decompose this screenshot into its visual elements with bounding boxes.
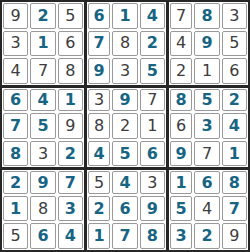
sudoku-cell[interactable]: 1: [2, 195, 29, 223]
cell-frame: 5: [222, 31, 247, 57]
cell-digit: 9: [201, 35, 212, 51]
sudoku-cell[interactable]: 5: [139, 57, 166, 85]
cell-digit: 3: [94, 92, 104, 108]
sudoku-cell[interactable]: 6: [84, 2, 111, 30]
sudoku-cell[interactable]: 4: [2, 57, 29, 85]
sudoku-cell[interactable]: 4: [29, 85, 56, 113]
cell-digit: 5: [119, 146, 130, 162]
cell-frame: 5: [88, 171, 110, 194]
cell-digit: 2: [201, 228, 212, 244]
cell-digit: 3: [38, 146, 48, 162]
cell-frame: 3: [112, 58, 137, 84]
cell-digit: 1: [229, 146, 240, 162]
cell-digit: 4: [65, 228, 76, 244]
cell-frame: 3: [30, 141, 55, 167]
cell-digit: 6: [201, 175, 212, 191]
cell-digit: 5: [201, 92, 212, 108]
cell-frame: 9: [3, 3, 28, 29]
sudoku-cell[interactable]: 7: [193, 140, 220, 168]
cell-frame: 4: [140, 3, 165, 29]
sudoku-cell[interactable]: 1: [193, 57, 220, 85]
sudoku-board: 9256147833167824954789352166413978527598…: [0, 0, 250, 252]
cell-frame: 3: [222, 3, 247, 29]
sudoku-cell[interactable]: 2: [139, 30, 166, 58]
cell-digit: 5: [176, 201, 187, 217]
cell-frame: 6: [222, 58, 247, 84]
cell-frame: 1: [112, 3, 137, 29]
cell-digit: 6: [229, 63, 239, 79]
cell-frame: 4: [3, 58, 28, 84]
cell-digit: 8: [94, 118, 104, 134]
sudoku-cell[interactable]: 4: [139, 2, 166, 30]
cell-frame: 6: [30, 223, 55, 249]
cell-digit: 3: [11, 35, 21, 51]
cell-digit: 4: [11, 63, 21, 79]
sudoku-cell[interactable]: 9: [111, 85, 138, 113]
cell-frame: 7: [170, 3, 192, 29]
sudoku-cell[interactable]: 2: [57, 140, 84, 168]
cell-frame: 1: [140, 113, 165, 139]
cell-digit: 2: [176, 63, 186, 79]
cell-frame: 8: [3, 141, 28, 167]
cell-frame: 6: [170, 113, 192, 139]
cell-frame: 1: [222, 141, 247, 167]
cell-frame: 5: [58, 3, 83, 29]
cell-digit: 6: [37, 228, 48, 244]
sudoku-cell[interactable]: 3: [57, 195, 84, 223]
cell-digit: 4: [94, 146, 105, 162]
cell-digit: 7: [147, 92, 157, 108]
cell-digit: 1: [94, 228, 105, 244]
cell-digit: 7: [202, 146, 212, 162]
cell-frame: 6: [112, 196, 137, 222]
sudoku-cell[interactable]: 9: [2, 2, 29, 30]
cell-frame: 3: [88, 89, 110, 112]
cell-frame: 4: [30, 89, 55, 112]
sudoku-cell[interactable]: 7: [111, 222, 138, 250]
sudoku-cell[interactable]: 7: [166, 2, 193, 30]
sudoku-cell[interactable]: 2: [221, 85, 248, 113]
sudoku-cell[interactable]: 8: [2, 140, 29, 168]
cell-frame: 7: [58, 171, 83, 194]
sudoku-cell[interactable]: 6: [193, 167, 220, 195]
cell-frame: 1: [170, 171, 192, 194]
cell-digit: 2: [10, 175, 21, 191]
cell-frame: 4: [194, 196, 219, 222]
cell-frame: 4: [112, 171, 137, 194]
sudoku-cell[interactable]: 3: [2, 30, 29, 58]
sudoku-cell[interactable]: 6: [221, 57, 248, 85]
cell-digit: 4: [147, 8, 158, 24]
cell-frame: 6: [140, 141, 165, 167]
sudoku-cell[interactable]: 7: [139, 85, 166, 113]
cell-frame: 7: [30, 58, 55, 84]
sudoku-cell[interactable]: 4: [111, 167, 138, 195]
cell-digit: 5: [37, 118, 48, 134]
cell-frame: 2: [30, 3, 55, 29]
cell-digit: 9: [147, 201, 158, 217]
cell-frame: 2: [88, 196, 110, 222]
cell-frame: 3: [3, 31, 28, 57]
cell-frame: 8: [30, 196, 55, 222]
cell-digit: 4: [119, 175, 130, 191]
sudoku-cell[interactable]: 7: [221, 195, 248, 223]
cell-digit: 5: [94, 175, 104, 191]
sudoku-cell[interactable]: 2: [84, 195, 111, 223]
cell-digit: 9: [119, 92, 130, 108]
sudoku-cell[interactable]: 5: [84, 167, 111, 195]
sudoku-cell[interactable]: 5: [57, 2, 84, 30]
sudoku-cell[interactable]: 7: [84, 30, 111, 58]
sudoku-cell[interactable]: 5: [29, 112, 56, 140]
cell-digit: 8: [176, 92, 187, 108]
sudoku-cell[interactable]: 3: [29, 140, 56, 168]
cell-digit: 8: [120, 35, 130, 51]
cell-digit: 3: [65, 201, 76, 217]
sudoku-cell[interactable]: 1: [57, 85, 84, 113]
cell-digit: 3: [120, 63, 130, 79]
sudoku-cell[interactable]: 9: [193, 30, 220, 58]
sudoku-cell[interactable]: 3: [166, 222, 193, 250]
cell-frame: 8: [170, 89, 192, 112]
sudoku-cell[interactable]: 2: [29, 2, 56, 30]
cell-frame: 1: [30, 31, 55, 57]
cell-digit: 9: [229, 228, 239, 244]
cell-frame: 2: [194, 223, 219, 249]
cell-frame: 7: [3, 113, 28, 139]
sudoku-cell[interactable]: 8: [139, 222, 166, 250]
cell-digit: 1: [176, 175, 187, 191]
sudoku-cell[interactable]: 4: [221, 112, 248, 140]
cell-digit: 8: [201, 8, 212, 24]
sudoku-cell[interactable]: 9: [139, 195, 166, 223]
sudoku-cell[interactable]: 3: [84, 85, 111, 113]
cell-frame: 5: [30, 113, 55, 139]
cell-digit: 9: [65, 118, 75, 134]
cell-frame: 4: [58, 223, 83, 249]
sudoku-cell[interactable]: 6: [2, 85, 29, 113]
sudoku-cell[interactable]: 8: [29, 195, 56, 223]
cell-digit: 7: [65, 175, 76, 191]
cell-frame: 4: [170, 31, 192, 57]
cell-frame: 3: [170, 223, 192, 249]
cell-digit: 5: [65, 8, 75, 24]
sudoku-cell[interactable]: 7: [2, 112, 29, 140]
sudoku-cell[interactable]: 6: [111, 195, 138, 223]
cell-frame: 7: [194, 141, 219, 167]
sudoku-cell[interactable]: 5: [2, 222, 29, 250]
cell-frame: 9: [30, 171, 55, 194]
cell-frame: 4: [88, 141, 110, 167]
cell-frame: 5: [112, 141, 137, 167]
sudoku-cell[interactable]: 8: [193, 2, 220, 30]
cell-digit: 9: [37, 175, 48, 191]
sudoku-cell[interactable]: 9: [29, 167, 56, 195]
cell-frame: 1: [194, 58, 219, 84]
cell-frame: 2: [58, 141, 83, 167]
cell-frame: 7: [88, 31, 110, 57]
cell-digit: 7: [229, 201, 240, 217]
cell-digit: 6: [10, 92, 21, 108]
cell-digit: 5: [147, 63, 158, 79]
cell-digit: 1: [37, 35, 48, 51]
cell-digit: 4: [229, 118, 240, 134]
cell-digit: 7: [119, 228, 130, 244]
cell-frame: 1: [58, 89, 83, 112]
sudoku-cell[interactable]: 7: [29, 57, 56, 85]
sudoku-cell[interactable]: 1: [84, 222, 111, 250]
cell-frame: 9: [194, 31, 219, 57]
cell-frame: 2: [170, 58, 192, 84]
sudoku-cell[interactable]: 8: [84, 112, 111, 140]
cell-frame: 2: [140, 31, 165, 57]
sudoku-cell[interactable]: 4: [57, 222, 84, 250]
sudoku-cell[interactable]: 4: [193, 195, 220, 223]
cell-digit: 8: [10, 146, 21, 162]
cell-frame: 6: [58, 31, 83, 57]
sudoku-cell[interactable]: 7: [57, 167, 84, 195]
cell-digit: 1: [10, 201, 21, 217]
cell-frame: 7: [140, 89, 165, 112]
cell-digit: 2: [120, 118, 130, 134]
cell-digit: 8: [38, 201, 48, 217]
cell-digit: 6: [94, 8, 105, 24]
cell-frame: 7: [222, 196, 247, 222]
cell-digit: 7: [10, 118, 21, 134]
cell-digit: 4: [37, 92, 48, 108]
cell-frame: 3: [140, 171, 165, 194]
cell-frame: 6: [3, 89, 28, 112]
cell-frame: 9: [88, 58, 110, 84]
cell-digit: 1: [65, 92, 76, 108]
cell-digit: 6: [119, 201, 130, 217]
sudoku-cell[interactable]: 5: [111, 140, 138, 168]
cell-frame: 2: [3, 171, 28, 194]
cell-digit: 2: [229, 92, 240, 108]
sudoku-cell[interactable]: 5: [221, 30, 248, 58]
sudoku-cell[interactable]: 9: [221, 222, 248, 250]
sudoku-cell[interactable]: 3: [139, 167, 166, 195]
sudoku-cell[interactable]: 3: [193, 112, 220, 140]
cell-frame: 8: [140, 223, 165, 249]
cell-frame: 9: [222, 223, 247, 249]
cell-frame: 3: [194, 113, 219, 139]
cell-digit: 6: [147, 146, 158, 162]
cell-frame: 9: [170, 141, 192, 167]
cell-digit: 2: [94, 201, 105, 217]
cell-digit: 2: [147, 35, 158, 51]
cell-digit: 3: [176, 228, 187, 244]
cell-digit: 1: [147, 118, 157, 134]
sudoku-cell[interactable]: 2: [166, 57, 193, 85]
cell-digit: 8: [229, 175, 240, 191]
sudoku-cell[interactable]: 6: [166, 112, 193, 140]
cell-frame: 7: [112, 223, 137, 249]
cell-digit: 4: [202, 201, 212, 217]
cell-digit: 9: [94, 63, 105, 79]
cell-digit: 2: [37, 8, 48, 24]
cell-frame: 8: [58, 58, 83, 84]
sudoku-cell[interactable]: 8: [221, 167, 248, 195]
cell-frame: 5: [170, 196, 192, 222]
sudoku-cell[interactable]: 2: [2, 167, 29, 195]
sudoku-cell[interactable]: 9: [84, 57, 111, 85]
cell-digit: 3: [201, 118, 212, 134]
cell-frame: 4: [222, 113, 247, 139]
cell-frame: 9: [140, 196, 165, 222]
sudoku-cell[interactable]: 6: [139, 140, 166, 168]
cell-frame: 5: [3, 223, 28, 249]
sudoku-cell[interactable]: 1: [166, 167, 193, 195]
sudoku-cell[interactable]: 6: [57, 30, 84, 58]
cell-digit: 7: [176, 8, 186, 24]
cell-digit: 6: [176, 118, 186, 134]
sudoku-cell[interactable]: 4: [84, 140, 111, 168]
sudoku-cell[interactable]: 4: [166, 30, 193, 58]
cell-frame: 8: [194, 3, 219, 29]
sudoku-cell[interactable]: 5: [193, 85, 220, 113]
sudoku-cell[interactable]: 8: [111, 30, 138, 58]
cell-digit: 1: [202, 63, 212, 79]
cell-digit: 9: [176, 146, 187, 162]
sudoku-cell[interactable]: 2: [193, 222, 220, 250]
sudoku-cell[interactable]: 5: [166, 195, 193, 223]
cell-frame: 5: [194, 89, 219, 112]
sudoku-cell[interactable]: 8: [166, 85, 193, 113]
cell-frame: 8: [222, 171, 247, 194]
cell-digit: 3: [229, 8, 239, 24]
cell-frame: 1: [88, 223, 110, 249]
cell-digit: 1: [119, 8, 130, 24]
sudoku-cell[interactable]: 1: [139, 112, 166, 140]
cell-frame: 2: [112, 113, 137, 139]
cell-digit: 9: [11, 8, 21, 24]
cell-frame: 8: [88, 113, 110, 139]
cell-frame: 3: [58, 196, 83, 222]
sudoku-cell[interactable]: 3: [111, 57, 138, 85]
sudoku-cell[interactable]: 6: [29, 222, 56, 250]
cell-digit: 5: [11, 228, 21, 244]
cell-digit: 4: [176, 35, 186, 51]
cell-digit: 3: [147, 175, 157, 191]
cell-frame: 9: [112, 89, 137, 112]
cell-digit: 5: [229, 35, 239, 51]
cell-frame: 2: [222, 89, 247, 112]
cell-digit: 8: [65, 63, 75, 79]
sudoku-cell[interactable]: 8: [57, 57, 84, 85]
sudoku-cell[interactable]: 1: [111, 2, 138, 30]
sudoku-cell[interactable]: 9: [166, 140, 193, 168]
cell-digit: 2: [65, 146, 76, 162]
cell-frame: 8: [112, 31, 137, 57]
cell-digit: 7: [38, 63, 48, 79]
cell-frame: 6: [194, 171, 219, 194]
cell-frame: 9: [58, 113, 83, 139]
cell-digit: 6: [65, 35, 75, 51]
cell-digit: 8: [147, 228, 158, 244]
sudoku-cell[interactable]: 1: [29, 30, 56, 58]
cell-frame: 1: [3, 196, 28, 222]
cell-frame: 6: [88, 3, 110, 29]
cell-frame: 5: [140, 58, 165, 84]
sudoku-cell[interactable]: 2: [111, 112, 138, 140]
sudoku-cell[interactable]: 3: [221, 2, 248, 30]
sudoku-cell[interactable]: 9: [57, 112, 84, 140]
sudoku-cell[interactable]: 1: [221, 140, 248, 168]
cell-digit: 7: [94, 35, 105, 51]
